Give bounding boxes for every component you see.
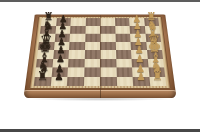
- square: [54, 34, 70, 42]
- square: [53, 50, 69, 59]
- square: [85, 18, 100, 26]
- square: [100, 34, 115, 42]
- square: [69, 34, 84, 42]
- square: [144, 18, 159, 26]
- square: [67, 77, 84, 86]
- square: [148, 67, 165, 76]
- square: [145, 34, 161, 42]
- board-scene: [30, 0, 170, 120]
- square: [115, 26, 130, 34]
- square: [131, 50, 147, 59]
- square: [34, 77, 51, 86]
- square: [100, 59, 116, 68]
- square: [67, 67, 84, 76]
- square: [100, 50, 116, 59]
- fold-seam: [100, 15, 101, 89]
- square: [146, 42, 162, 50]
- chess-board: [24, 14, 175, 91]
- square: [56, 18, 71, 26]
- square: [147, 50, 164, 59]
- square: [36, 59, 53, 68]
- square: [147, 59, 164, 68]
- square: [130, 34, 146, 42]
- box-front-seam: [100, 90, 101, 98]
- square: [83, 77, 100, 86]
- square: [68, 59, 84, 68]
- square: [84, 67, 100, 76]
- square: [69, 42, 85, 50]
- square: [116, 77, 133, 86]
- box-front-edge: [24, 90, 176, 98]
- square: [39, 34, 55, 42]
- square: [100, 67, 116, 76]
- square: [70, 26, 85, 34]
- square: [129, 18, 144, 26]
- square: [84, 50, 100, 59]
- square: [41, 18, 56, 26]
- square: [116, 50, 132, 59]
- square: [115, 18, 130, 26]
- square: [55, 26, 70, 34]
- square: [132, 59, 149, 68]
- square: [50, 77, 67, 86]
- square: [52, 59, 69, 68]
- square: [149, 77, 166, 86]
- square: [100, 42, 116, 50]
- square: [37, 50, 54, 59]
- square: [100, 26, 115, 34]
- square: [85, 42, 101, 50]
- square: [144, 26, 160, 34]
- square: [116, 59, 132, 68]
- square: [40, 26, 56, 34]
- square: [85, 26, 100, 34]
- square: [51, 67, 68, 76]
- chess-set-photo: ♜♟♟♜♞♟♟♞♝♟♟♝♛♟♟♛♚♟♟♚♝♟♟♝♞♟♟♞♜♟♟♜: [0, 0, 200, 132]
- square: [116, 67, 133, 76]
- square: [133, 77, 150, 86]
- square: [131, 42, 147, 50]
- square: [85, 34, 100, 42]
- square: [100, 77, 117, 86]
- square: [38, 42, 54, 50]
- square: [100, 18, 115, 26]
- photo-bottom-bar: [0, 129, 200, 132]
- square: [54, 42, 70, 50]
- square: [132, 67, 149, 76]
- square: [115, 34, 130, 42]
- square: [68, 50, 84, 59]
- square: [70, 18, 85, 26]
- square: [130, 26, 145, 34]
- square: [35, 67, 52, 76]
- square: [115, 42, 131, 50]
- square: [84, 59, 100, 68]
